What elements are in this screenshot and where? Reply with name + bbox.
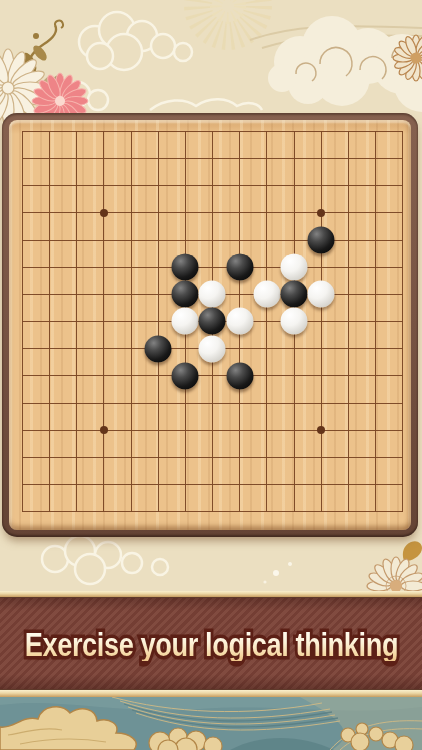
cloud-outline-icon <box>42 537 168 584</box>
white-stone <box>253 281 280 308</box>
black-stone <box>172 362 199 389</box>
banner-text-fill: Exercise your logical thinking <box>24 627 397 661</box>
grid[interactable] <box>22 131 403 512</box>
white-stone <box>280 254 307 281</box>
screen: Exercise your logical thinking Exercise … <box>0 0 422 750</box>
black-stone <box>145 335 172 362</box>
cloud-wave-line <box>150 99 262 110</box>
black-stone <box>172 281 199 308</box>
firework-icon <box>198 0 258 36</box>
swirl-lines <box>250 26 422 48</box>
white-stone <box>280 308 307 335</box>
cloud-swirls <box>296 47 414 81</box>
white-stone <box>308 281 335 308</box>
cloud-outline-icon <box>52 12 192 112</box>
star-point <box>317 426 325 434</box>
wave-decoration <box>0 697 422 750</box>
banner-top-border <box>0 591 422 598</box>
sparkle-icon <box>263 562 292 584</box>
black-stone <box>172 254 199 281</box>
black-stone <box>199 308 226 335</box>
white-stone <box>199 281 226 308</box>
black-stone <box>226 254 253 281</box>
fan-chrysanthemum-icon <box>367 557 422 595</box>
white-stone <box>226 308 253 335</box>
black-stone <box>280 281 307 308</box>
star-point <box>100 209 108 217</box>
top-decoration <box>0 0 422 124</box>
branch-icon <box>18 21 65 96</box>
middle-decoration <box>0 537 422 595</box>
gold-wave <box>0 707 136 750</box>
chrysanthemum-medallion-icon <box>393 35 422 81</box>
wave-background <box>0 697 422 750</box>
star-point <box>100 426 108 434</box>
banner-bottom-border <box>0 689 422 697</box>
white-stone <box>172 308 199 335</box>
banner-field: Exercise your logical thinking Exercise … <box>0 598 422 689</box>
board-wood <box>9 120 411 530</box>
white-stone <box>199 335 226 362</box>
gomoku-board[interactable] <box>2 113 418 537</box>
wave-lines <box>112 697 422 750</box>
cream-cloud <box>268 16 422 112</box>
black-stone <box>226 362 253 389</box>
foam-icon <box>149 723 413 750</box>
black-stone <box>308 226 335 253</box>
banner: Exercise your logical thinking Exercise … <box>0 591 422 697</box>
star-point <box>317 209 325 217</box>
ginkgo-leaf-icon <box>397 541 422 570</box>
banner-text: Exercise your logical thinking Exercise … <box>24 627 397 661</box>
